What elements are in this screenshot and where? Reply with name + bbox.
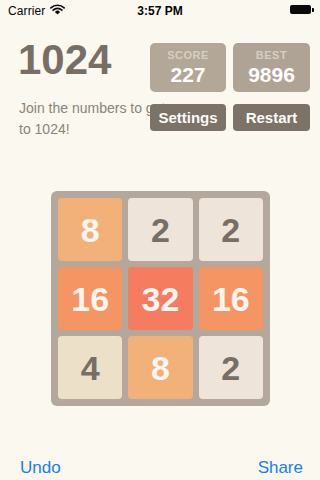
- tile-r1c2: 2: [128, 198, 192, 261]
- settings-button[interactable]: Settings: [150, 104, 226, 131]
- undo-button[interactable]: Undo: [20, 458, 61, 478]
- tile-r1c1: 8: [58, 198, 122, 261]
- game-subtitle: Join the numbers to get to 1024!: [19, 98, 167, 140]
- score-value: 227: [170, 63, 205, 86]
- score-label: SCORE: [167, 50, 209, 61]
- status-bar: Carrier 3:57 PM: [0, 0, 320, 20]
- status-time: 3:57 PM: [0, 4, 320, 18]
- best-box: BEST 9896: [233, 43, 310, 92]
- tile-r2c2: 32: [128, 267, 192, 330]
- tile-r3c3: 2: [199, 336, 263, 399]
- tile-r2c3: 16: [199, 267, 263, 330]
- tile-r3c1: 4: [58, 336, 122, 399]
- share-button[interactable]: Share: [258, 458, 303, 478]
- app-screen: Carrier 3:57 PM 1024 SCORE 227 BEST 9896…: [0, 0, 320, 480]
- best-label: BEST: [256, 50, 287, 61]
- game-board[interactable]: 8 2 2 16 32 16 4 8 2: [51, 191, 270, 406]
- tile-r2c1: 16: [58, 267, 122, 330]
- game-title: 1024: [18, 36, 111, 84]
- tile-r3c2: 8: [128, 336, 192, 399]
- tile-r1c3: 2: [199, 198, 263, 261]
- best-value: 9896: [248, 63, 295, 86]
- restart-button[interactable]: Restart: [233, 104, 310, 131]
- score-box: SCORE 227: [150, 43, 226, 92]
- battery-icon: [290, 5, 311, 14]
